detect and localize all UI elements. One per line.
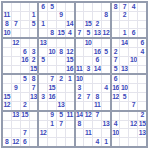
cell-r5c15[interactable] — [129, 38, 138, 47]
cell-r14c7[interactable]: 7 — [56, 120, 65, 129]
cell-r6c4[interactable]: 3 — [29, 48, 38, 57]
cell-r4c5[interactable] — [38, 29, 47, 38]
cell-r4c2[interactable] — [11, 29, 20, 38]
cell-r14c16[interactable]: 15 — [138, 120, 147, 129]
cell-r11c10[interactable]: 7 — [84, 93, 93, 102]
cell-r16c3[interactable]: 6 — [20, 138, 29, 147]
cell-r3c10[interactable]: 15 — [84, 20, 93, 29]
cell-r8c12[interactable] — [102, 65, 111, 74]
cell-r9c10[interactable] — [84, 74, 93, 83]
cell-r2c5[interactable] — [38, 11, 47, 20]
cell-r14c9[interactable]: 8 — [75, 120, 84, 129]
cell-r7c11[interactable]: 6 — [93, 56, 102, 65]
cell-r7c13[interactable]: 7 — [111, 56, 120, 65]
cell-r8c16[interactable] — [138, 65, 147, 74]
cell-r5c3[interactable] — [20, 38, 29, 47]
cell-r5c8[interactable] — [65, 38, 74, 47]
cell-r2c6[interactable] — [47, 11, 56, 20]
cell-r10c4[interactable]: 7 — [29, 84, 38, 93]
cell-r11c15[interactable] — [129, 93, 138, 102]
cell-r3c16[interactable] — [138, 20, 147, 29]
cell-r15c13[interactable]: 10 — [111, 129, 120, 138]
cell-r12c10[interactable] — [84, 101, 93, 110]
cell-r16c2[interactable]: 12 — [11, 138, 20, 147]
cell-r5c1[interactable] — [2, 38, 11, 47]
cell-r5c11[interactable] — [93, 38, 102, 47]
cell-r7c10[interactable] — [84, 56, 93, 65]
cell-r6c10[interactable] — [84, 48, 93, 57]
cell-r8c6[interactable] — [47, 65, 56, 74]
cell-r11c4[interactable]: 13 — [29, 93, 38, 102]
cell-r14c2[interactable] — [11, 120, 20, 129]
cell-r15c16[interactable]: 13 — [138, 129, 147, 138]
cell-r16c7[interactable] — [56, 138, 65, 147]
cell-r16c13[interactable] — [111, 138, 120, 147]
cell-r13c11[interactable]: 7 — [93, 111, 102, 120]
cell-r13c2[interactable]: 13 — [11, 111, 20, 120]
cell-r9c2[interactable] — [11, 74, 20, 83]
cell-r9c1[interactable] — [2, 74, 11, 83]
cell-r1c8[interactable] — [65, 2, 74, 11]
cell-r4c14[interactable]: 1 — [120, 29, 129, 38]
cell-r12c14[interactable] — [120, 101, 129, 110]
cell-r14c11[interactable] — [93, 120, 102, 129]
cell-r11c8[interactable] — [65, 93, 74, 102]
cell-r11c1[interactable]: 15 — [2, 93, 11, 102]
cell-r3c3[interactable] — [20, 20, 29, 29]
cell-r6c15[interactable] — [129, 48, 138, 57]
cell-r13c6[interactable]: 9 — [47, 111, 56, 120]
cell-r11c9[interactable]: 2 — [75, 93, 84, 102]
cell-r16c4[interactable] — [29, 138, 38, 147]
cell-r4c16[interactable] — [138, 29, 147, 38]
cell-r5c12[interactable] — [102, 38, 111, 47]
cell-r13c1[interactable] — [2, 111, 11, 120]
cell-r15c6[interactable] — [47, 129, 56, 138]
cell-r11c12[interactable] — [102, 93, 111, 102]
cell-r9c13[interactable]: 6 — [111, 74, 120, 83]
cell-r8c8[interactable]: 16 — [65, 65, 74, 74]
cell-r7c7[interactable] — [56, 56, 65, 65]
cell-r2c10[interactable] — [84, 11, 93, 20]
cell-r10c13[interactable]: 16 — [111, 84, 120, 93]
cell-r15c12[interactable] — [102, 129, 111, 138]
cell-r7c4[interactable]: 2 — [29, 56, 38, 65]
sudoku-board: 6587411198287511415210815475131216121310… — [1, 1, 148, 148]
cell-r1c4[interactable] — [29, 2, 38, 11]
cell-r14c3[interactable] — [20, 120, 29, 129]
cell-r5c13[interactable] — [111, 38, 120, 47]
cell-r4c10[interactable]: 5 — [84, 29, 93, 38]
cell-r9c6[interactable]: 7 — [47, 74, 56, 83]
cell-r13c7[interactable]: 5 — [56, 111, 65, 120]
cell-r11c2[interactable] — [11, 93, 20, 102]
cell-r15c2[interactable] — [11, 129, 20, 138]
cell-r13c14[interactable] — [120, 111, 129, 120]
cell-r7c5[interactable]: 5 — [38, 56, 47, 65]
cell-r6c13[interactable]: 2 — [111, 48, 120, 57]
cell-r6c7[interactable]: 8 — [56, 48, 65, 57]
cell-r8c11[interactable]: 14 — [93, 65, 102, 74]
cell-r10c5[interactable] — [38, 84, 47, 93]
cell-r6c9[interactable] — [75, 48, 84, 57]
cell-r15c14[interactable] — [120, 129, 129, 138]
cell-r11c14[interactable]: 5 — [120, 93, 129, 102]
cell-r7c2[interactable] — [11, 56, 20, 65]
cell-r1c9[interactable] — [75, 2, 84, 11]
cell-r14c4[interactable] — [29, 120, 38, 129]
cell-r10c15[interactable] — [129, 84, 138, 93]
cell-r12c7[interactable]: 13 — [56, 101, 65, 110]
cell-r16c6[interactable] — [47, 138, 56, 147]
cell-r3c7[interactable] — [56, 20, 65, 29]
cell-r9c15[interactable] — [129, 74, 138, 83]
cell-r14c13[interactable]: 4 — [111, 120, 120, 129]
cell-r4c12[interactable]: 12 — [102, 29, 111, 38]
cell-r7c14[interactable] — [120, 56, 129, 65]
cell-r5c9[interactable] — [75, 38, 84, 47]
cell-r12c16[interactable] — [138, 101, 147, 110]
cell-r4c13[interactable] — [111, 29, 120, 38]
cell-r11c16[interactable] — [138, 93, 147, 102]
cell-r4c11[interactable]: 13 — [93, 29, 102, 38]
cell-r6c8[interactable]: 12 — [65, 48, 74, 57]
cell-r1c10[interactable] — [84, 2, 93, 11]
cell-r16c14[interactable] — [120, 138, 129, 147]
cell-r6c2[interactable] — [11, 48, 20, 57]
cell-r16c11[interactable]: 4 — [93, 138, 102, 147]
cell-r15c3[interactable]: 7 — [20, 129, 29, 138]
cell-r10c1[interactable] — [2, 84, 11, 93]
cell-r4c1[interactable]: 10 — [2, 29, 11, 38]
cell-r5c16[interactable]: 6 — [138, 38, 147, 47]
cell-r13c10[interactable]: 12 — [84, 111, 93, 120]
cell-r10c10[interactable] — [84, 84, 93, 93]
cell-r9c3[interactable]: 5 — [20, 74, 29, 83]
cell-r15c5[interactable]: 12 — [38, 129, 47, 138]
cell-r1c1[interactable] — [2, 2, 11, 11]
cell-r12c5[interactable] — [38, 101, 47, 110]
cell-r12c11[interactable]: 11 — [93, 101, 102, 110]
cell-r7c3[interactable]: 16 — [20, 56, 29, 65]
cell-r13c9[interactable]: 14 — [75, 111, 84, 120]
cell-r8c13[interactable]: 5 — [111, 65, 120, 74]
cell-r8c5[interactable] — [38, 65, 47, 74]
cell-r14c1[interactable] — [2, 120, 11, 129]
cell-r2c1[interactable]: 11 — [2, 11, 11, 20]
cell-r10c9[interactable]: 3 — [75, 84, 84, 93]
cell-r6c14[interactable] — [120, 48, 129, 57]
cell-r13c13[interactable] — [111, 111, 120, 120]
cell-r4c3[interactable] — [20, 29, 29, 38]
cell-r9c9[interactable]: 10 — [75, 74, 84, 83]
cell-r11c11[interactable]: 8 — [93, 93, 102, 102]
cell-r14c6[interactable]: 1 — [47, 120, 56, 129]
cell-r14c5[interactable] — [38, 120, 47, 129]
cell-r1c3[interactable] — [20, 2, 29, 11]
cell-r3c13[interactable] — [111, 20, 120, 29]
cell-r3c11[interactable]: 2 — [93, 20, 102, 29]
cell-r12c6[interactable] — [47, 101, 56, 110]
cell-r5c2[interactable]: 12 — [11, 38, 20, 47]
cell-r12c15[interactable]: 7 — [129, 101, 138, 110]
cell-r6c6[interactable]: 10 — [47, 48, 56, 57]
cell-r2c9[interactable] — [75, 11, 84, 20]
cell-r4c9[interactable]: 7 — [75, 29, 84, 38]
cell-r13c4[interactable] — [29, 111, 38, 120]
cell-r1c11[interactable] — [93, 2, 102, 11]
cell-r8c3[interactable] — [20, 65, 29, 74]
cell-r11c6[interactable]: 16 — [47, 93, 56, 102]
cell-r7c15[interactable]: 10 — [129, 56, 138, 65]
cell-r3c1[interactable]: 8 — [2, 20, 11, 29]
cell-r13c15[interactable] — [129, 111, 138, 120]
cell-r5c14[interactable]: 14 — [120, 38, 129, 47]
cell-r10c2[interactable]: 9 — [11, 84, 20, 93]
cell-r9c12[interactable] — [102, 74, 111, 83]
cell-r9c14[interactable] — [120, 74, 129, 83]
cell-r10c7[interactable] — [56, 84, 65, 93]
cell-r12c1[interactable]: 12 — [2, 101, 11, 110]
cell-r12c4[interactable] — [29, 101, 38, 110]
cell-r6c12[interactable]: 5 — [102, 48, 111, 57]
cell-r11c7[interactable] — [56, 93, 65, 102]
cell-r8c10[interactable]: 3 — [84, 65, 93, 74]
cell-r13c5[interactable] — [38, 111, 47, 120]
cell-r9c4[interactable]: 8 — [29, 74, 38, 83]
cell-r2c13[interactable] — [111, 11, 120, 20]
cell-r16c16[interactable] — [138, 138, 147, 147]
cell-r7c16[interactable] — [138, 56, 147, 65]
cell-r1c14[interactable]: 7 — [120, 2, 129, 11]
cell-r16c12[interactable]: 1 — [102, 138, 111, 147]
cell-r1c15[interactable]: 4 — [129, 2, 138, 11]
cell-r16c15[interactable] — [129, 138, 138, 147]
cell-r2c16[interactable] — [138, 11, 147, 20]
cell-r15c8[interactable] — [65, 129, 74, 138]
cell-r2c8[interactable] — [65, 11, 74, 20]
cell-r12c2[interactable] — [11, 101, 20, 110]
cell-r13c16[interactable]: 2 — [138, 111, 147, 120]
cell-r14c12[interactable]: 13 — [102, 120, 111, 129]
cell-r16c10[interactable] — [84, 138, 93, 147]
cell-r3c4[interactable]: 5 — [29, 20, 38, 29]
cell-r2c3[interactable] — [20, 11, 29, 20]
cell-r10c16[interactable] — [138, 84, 147, 93]
cell-r14c15[interactable]: 12 — [129, 120, 138, 129]
cell-r15c10[interactable]: 11 — [84, 129, 93, 138]
cell-r3c14[interactable] — [120, 20, 129, 29]
cell-r2c11[interactable] — [93, 11, 102, 20]
cell-r3c8[interactable]: 14 — [65, 20, 74, 29]
cell-r13c3[interactable]: 15 — [20, 111, 29, 120]
cell-r5c6[interactable] — [47, 38, 56, 47]
cell-r2c12[interactable]: 8 — [102, 11, 111, 20]
cell-r15c4[interactable] — [29, 129, 38, 138]
cell-r6c11[interactable]: 16 — [93, 48, 102, 57]
cell-r16c5[interactable] — [38, 138, 47, 147]
cell-r8c14[interactable]: 13 — [120, 65, 129, 74]
cell-r12c3[interactable]: 2 — [20, 101, 29, 110]
cell-r13c8[interactable]: 11 — [65, 111, 74, 120]
cell-r8c9[interactable]: 11 — [75, 65, 84, 74]
cell-r3c15[interactable] — [129, 20, 138, 29]
cell-r16c8[interactable] — [65, 138, 74, 147]
cell-r9c8[interactable]: 1 — [65, 74, 74, 83]
cell-r12c8[interactable] — [65, 101, 74, 110]
cell-r8c2[interactable] — [11, 65, 20, 74]
cell-r2c4[interactable]: 1 — [29, 11, 38, 20]
cell-r7c12[interactable] — [102, 56, 111, 65]
cell-r11c13[interactable]: 12 — [111, 93, 120, 102]
cell-r15c11[interactable] — [93, 129, 102, 138]
cell-r5c7[interactable] — [56, 38, 65, 47]
cell-r15c7[interactable] — [56, 129, 65, 138]
cell-r1c16[interactable] — [138, 2, 147, 11]
cell-r12c9[interactable] — [75, 101, 84, 110]
cell-r10c12[interactable]: 4 — [102, 84, 111, 93]
cell-r14c10[interactable] — [84, 120, 93, 129]
cell-r8c4[interactable]: 15 — [29, 65, 38, 74]
cell-r4c4[interactable] — [29, 29, 38, 38]
cell-r4c6[interactable]: 8 — [47, 29, 56, 38]
cell-r3c2[interactable]: 7 — [11, 20, 20, 29]
cell-r9c16[interactable] — [138, 74, 147, 83]
cell-r9c7[interactable]: 2 — [56, 74, 65, 83]
cell-r10c3[interactable] — [20, 84, 29, 93]
cell-r5c10[interactable]: 10 — [84, 38, 93, 47]
cell-r5c4[interactable] — [29, 38, 38, 47]
cell-r12c13[interactable] — [111, 101, 120, 110]
cell-r8c15[interactable] — [129, 65, 138, 74]
cell-r1c5[interactable]: 6 — [38, 2, 47, 11]
cell-r2c2[interactable] — [11, 11, 20, 20]
cell-r9c5[interactable] — [38, 74, 47, 83]
cell-r16c1[interactable]: 8 — [2, 138, 11, 147]
cell-r8c7[interactable] — [56, 65, 65, 74]
cell-r15c15[interactable] — [129, 129, 138, 138]
cell-r6c3[interactable]: 6 — [20, 48, 29, 57]
cell-r1c12[interactable] — [102, 2, 111, 11]
cell-r11c5[interactable]: 3 — [38, 93, 47, 102]
cell-r4c7[interactable]: 15 — [56, 29, 65, 38]
cell-r3c12[interactable] — [102, 20, 111, 29]
cell-r10c8[interactable] — [65, 84, 74, 93]
cell-r11c3[interactable] — [20, 93, 29, 102]
cell-r5c5[interactable]: 13 — [38, 38, 47, 47]
cell-r7c1[interactable] — [2, 56, 11, 65]
cell-r6c16[interactable]: 4 — [138, 48, 147, 57]
cell-r15c9[interactable] — [75, 129, 84, 138]
cell-r4c15[interactable]: 6 — [129, 29, 138, 38]
cell-r15c1[interactable] — [2, 129, 11, 138]
cell-r3c6[interactable] — [47, 20, 56, 29]
cell-r10c6[interactable]: 15 — [47, 84, 56, 93]
cell-r8c1[interactable] — [2, 65, 11, 74]
sudoku-grid: 6587411198287511415210815475131216121310… — [1, 1, 148, 148]
cell-r2c7[interactable]: 9 — [56, 11, 65, 20]
cell-r10c11[interactable] — [93, 84, 102, 93]
cell-r12c12[interactable] — [102, 101, 111, 110]
cell-r3c9[interactable] — [75, 20, 84, 29]
cell-r7c8[interactable]: 15 — [65, 56, 74, 65]
cell-r2c14[interactable]: 2 — [120, 11, 129, 20]
cell-r1c6[interactable]: 5 — [47, 2, 56, 11]
cell-r16c9[interactable] — [75, 138, 84, 147]
cell-r2c15[interactable] — [129, 11, 138, 20]
cell-r1c7[interactable] — [56, 2, 65, 11]
cell-r6c5[interactable] — [38, 48, 47, 57]
cell-r7c6[interactable] — [47, 56, 56, 65]
cell-r1c2[interactable] — [11, 2, 20, 11]
cell-r10c14[interactable]: 10 — [120, 84, 129, 93]
cell-r13c12[interactable] — [102, 111, 111, 120]
cell-r7c9[interactable] — [75, 56, 84, 65]
cell-r9c11[interactable] — [93, 74, 102, 83]
cell-r3c5[interactable]: 1 — [38, 20, 47, 29]
cell-r4c8[interactable]: 4 — [65, 29, 74, 38]
cell-r14c8[interactable] — [65, 120, 74, 129]
cell-r6c1[interactable] — [2, 48, 11, 57]
cell-r14c14[interactable] — [120, 120, 129, 129]
cell-r1c13[interactable]: 8 — [111, 2, 120, 11]
